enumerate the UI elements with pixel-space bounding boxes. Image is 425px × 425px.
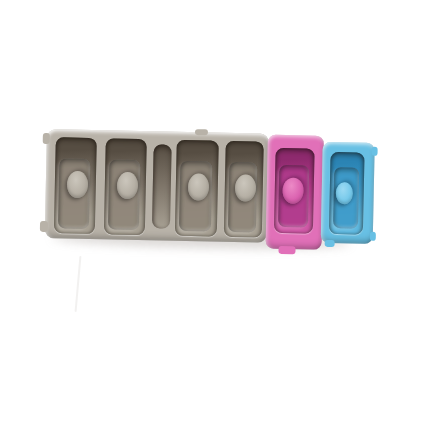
- mold-cavity-3: [175, 140, 219, 237]
- corner-tab: [372, 147, 378, 156]
- corner-tab: [325, 240, 335, 247]
- blue-mold: [321, 142, 375, 244]
- corner-tab: [195, 129, 208, 135]
- mold-cavity-2: [104, 138, 147, 235]
- mold-cavity-1: [54, 137, 97, 234]
- mold-cavity-4: [224, 141, 264, 238]
- corner-tab: [40, 221, 48, 232]
- gray-mold-tray: [45, 129, 269, 243]
- product-photo: [0, 0, 425, 425]
- mold-set: [44, 129, 379, 261]
- corner-tab: [278, 246, 295, 254]
- scratch-mark: [75, 256, 82, 312]
- divider-slot: [152, 144, 172, 228]
- mold-cavity-5: [274, 148, 315, 234]
- mold-cavity-6: [329, 152, 365, 235]
- corner-tab: [43, 133, 50, 144]
- corner-tab: [370, 232, 376, 241]
- pink-mold: [266, 135, 324, 250]
